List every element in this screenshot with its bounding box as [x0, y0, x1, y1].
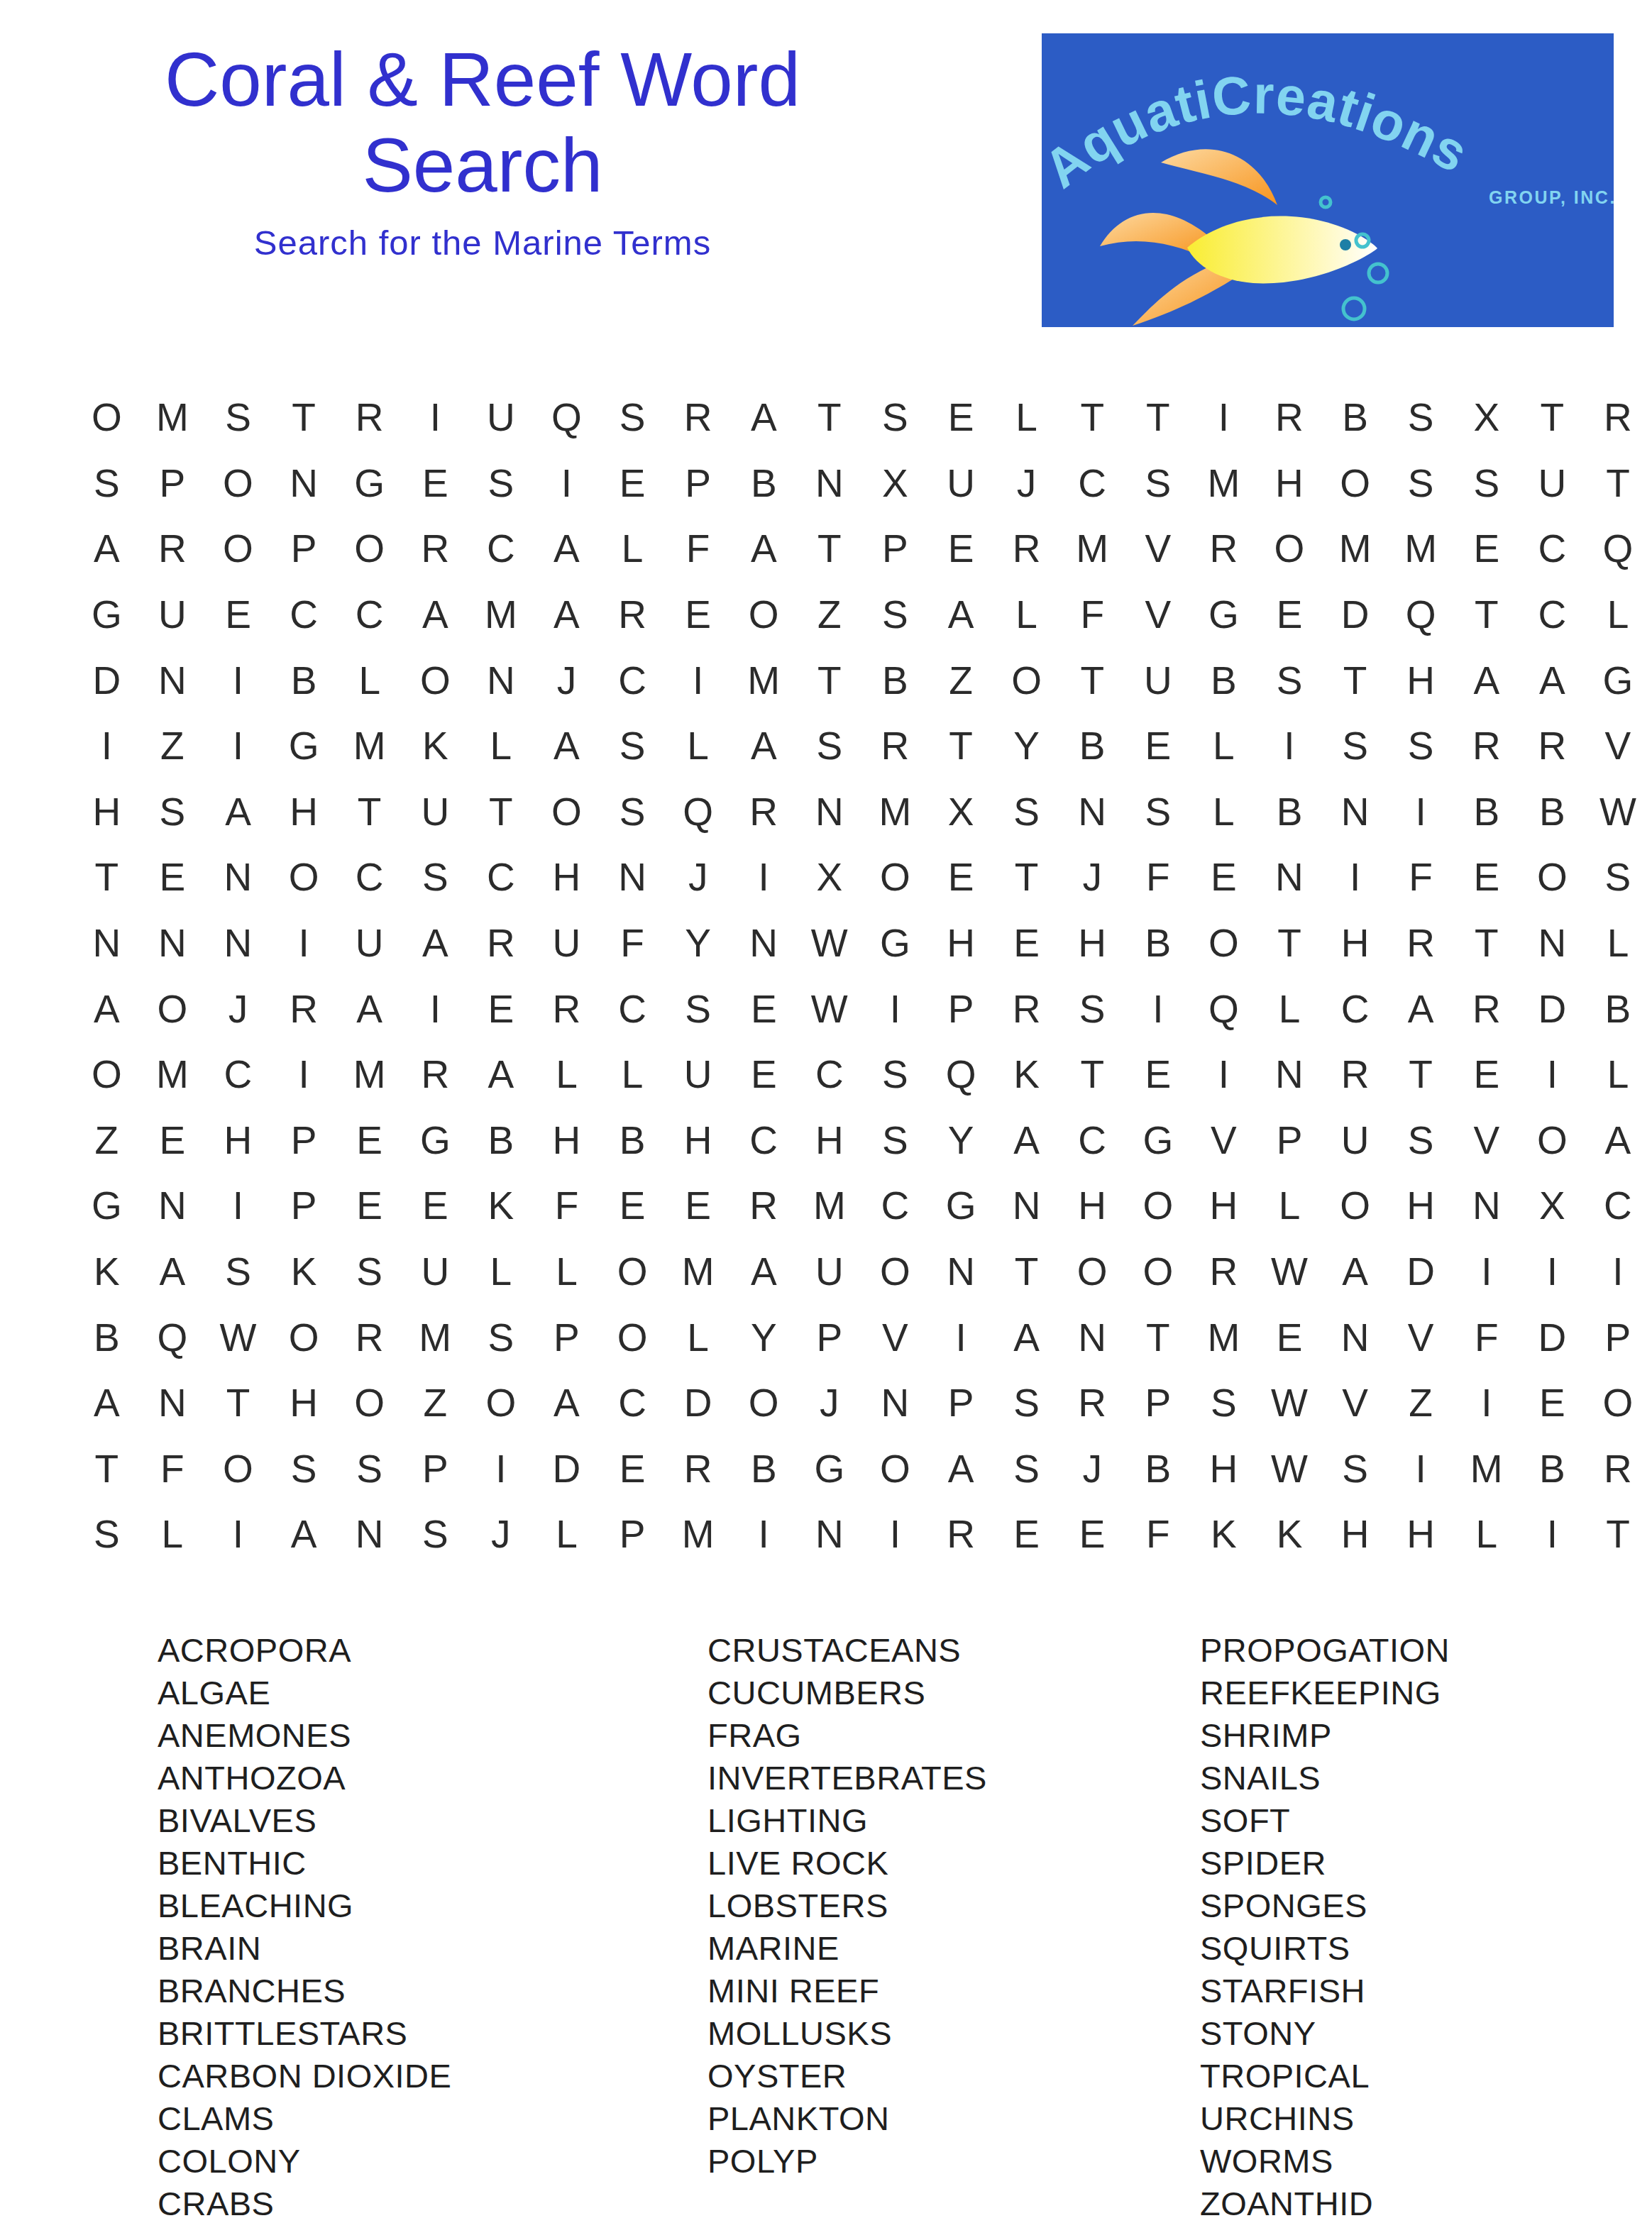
grid-cell[interactable]: S [402, 1501, 468, 1567]
grid-cell[interactable]: S [1585, 844, 1651, 910]
grid-cell[interactable]: L [665, 1304, 731, 1370]
grid-cell[interactable]: M [1453, 1436, 1519, 1502]
grid-cell[interactable]: P [928, 1370, 994, 1436]
grid-cell[interactable]: Z [402, 1370, 468, 1436]
grid-cell[interactable]: R [468, 910, 534, 976]
grid-cell[interactable]: I [1191, 385, 1257, 451]
grid-cell[interactable]: A [74, 516, 140, 582]
grid-cell[interactable]: E [336, 1173, 402, 1239]
grid-cell[interactable]: A [1453, 647, 1519, 713]
grid-cell[interactable]: O [862, 1436, 928, 1502]
grid-cell[interactable]: L [600, 1042, 666, 1108]
grid-cell[interactable]: E [600, 1436, 666, 1502]
grid-cell[interactable]: E [600, 1173, 666, 1239]
grid-cell[interactable]: N [1322, 1304, 1388, 1370]
grid-cell[interactable]: O [271, 1304, 337, 1370]
grid-cell[interactable]: G [928, 1173, 994, 1239]
grid-cell[interactable]: N [468, 647, 534, 713]
grid-cell[interactable]: T [74, 1436, 140, 1502]
grid-cell[interactable]: G [336, 451, 402, 517]
grid-cell[interactable]: I [1388, 779, 1454, 845]
grid-cell[interactable]: U [665, 1042, 731, 1108]
grid-cell[interactable]: A [336, 976, 402, 1042]
grid-cell[interactable]: J [1059, 1436, 1125, 1502]
grid-cell[interactable]: X [862, 451, 928, 517]
grid-cell[interactable]: C [205, 1042, 271, 1108]
grid-cell[interactable]: M [665, 1239, 731, 1305]
grid-cell[interactable]: E [402, 451, 468, 517]
grid-cell[interactable]: R [993, 516, 1059, 582]
grid-cell[interactable]: C [1059, 451, 1125, 517]
grid-cell[interactable]: S [74, 451, 140, 517]
grid-cell[interactable]: R [731, 1173, 797, 1239]
grid-cell[interactable]: L [1191, 779, 1257, 845]
grid-cell[interactable]: O [862, 1239, 928, 1305]
grid-cell[interactable]: F [1453, 1304, 1519, 1370]
grid-cell[interactable]: I [402, 976, 468, 1042]
grid-cell[interactable]: O [205, 516, 271, 582]
grid-cell[interactable]: A [534, 516, 600, 582]
grid-cell[interactable]: G [797, 1436, 863, 1502]
grid-cell[interactable]: H [1191, 1173, 1257, 1239]
grid-cell[interactable]: O [1585, 1370, 1651, 1436]
grid-cell[interactable]: H [205, 1108, 271, 1174]
grid-cell[interactable]: M [1059, 516, 1125, 582]
grid-cell[interactable]: O [731, 1370, 797, 1436]
grid-cell[interactable]: S [336, 1436, 402, 1502]
grid-cell[interactable]: O [534, 779, 600, 845]
grid-cell[interactable]: S [665, 976, 731, 1042]
grid-cell[interactable]: I [205, 647, 271, 713]
grid-cell[interactable]: K [402, 713, 468, 779]
grid-cell[interactable]: U [797, 1239, 863, 1305]
grid-cell[interactable]: O [731, 582, 797, 648]
grid-cell[interactable]: A [993, 1108, 1059, 1174]
grid-cell[interactable]: O [1519, 844, 1585, 910]
grid-cell[interactable]: S [1388, 1108, 1454, 1174]
grid-cell[interactable]: E [993, 1501, 1059, 1567]
grid-cell[interactable]: B [731, 451, 797, 517]
grid-cell[interactable]: E [1453, 844, 1519, 910]
grid-cell[interactable]: L [1453, 1501, 1519, 1567]
grid-cell[interactable]: E [1453, 1042, 1519, 1108]
grid-cell[interactable]: N [731, 910, 797, 976]
grid-cell[interactable]: J [665, 844, 731, 910]
grid-cell[interactable]: C [1322, 976, 1388, 1042]
grid-cell[interactable]: S [1191, 1370, 1257, 1436]
grid-cell[interactable]: R [1191, 1239, 1257, 1305]
grid-cell[interactable]: A [205, 779, 271, 845]
grid-cell[interactable]: P [534, 1304, 600, 1370]
grid-cell[interactable]: W [797, 976, 863, 1042]
grid-cell[interactable]: B [468, 1108, 534, 1174]
grid-cell[interactable]: A [534, 582, 600, 648]
grid-cell[interactable]: C [600, 1370, 666, 1436]
grid-cell[interactable]: M [665, 1501, 731, 1567]
grid-cell[interactable]: O [1191, 910, 1257, 976]
grid-cell[interactable]: H [271, 1370, 337, 1436]
grid-cell[interactable]: D [1388, 1239, 1454, 1305]
grid-cell[interactable]: T [1125, 1304, 1191, 1370]
grid-cell[interactable]: O [336, 516, 402, 582]
grid-cell[interactable]: A [534, 1370, 600, 1436]
grid-cell[interactable]: T [993, 844, 1059, 910]
grid-cell[interactable]: N [1519, 910, 1585, 976]
grid-cell[interactable]: S [862, 582, 928, 648]
grid-cell[interactable]: O [600, 1304, 666, 1370]
grid-cell[interactable]: R [1191, 516, 1257, 582]
grid-cell[interactable]: B [1059, 713, 1125, 779]
grid-cell[interactable]: G [74, 1173, 140, 1239]
grid-cell[interactable]: S [468, 451, 534, 517]
grid-cell[interactable]: Q [534, 385, 600, 451]
grid-cell[interactable]: N [928, 1239, 994, 1305]
grid-cell[interactable]: T [336, 779, 402, 845]
grid-cell[interactable]: N [1453, 1173, 1519, 1239]
grid-cell[interactable]: J [534, 647, 600, 713]
grid-cell[interactable]: E [402, 1173, 468, 1239]
grid-cell[interactable]: O [468, 1370, 534, 1436]
grid-cell[interactable]: H [1388, 1501, 1454, 1567]
grid-cell[interactable]: F [665, 516, 731, 582]
grid-cell[interactable]: I [1519, 1501, 1585, 1567]
grid-cell[interactable]: R [600, 582, 666, 648]
grid-cell[interactable]: L [534, 1501, 600, 1567]
grid-cell[interactable]: L [468, 713, 534, 779]
grid-cell[interactable]: Z [74, 1108, 140, 1174]
grid-cell[interactable]: A [1519, 647, 1585, 713]
grid-cell[interactable]: L [600, 516, 666, 582]
grid-cell[interactable]: R [1519, 713, 1585, 779]
grid-cell[interactable]: T [1059, 1042, 1125, 1108]
grid-cell[interactable]: A [1388, 976, 1454, 1042]
grid-cell[interactable]: T [797, 516, 863, 582]
grid-cell[interactable]: I [1191, 1042, 1257, 1108]
grid-cell[interactable]: W [1257, 1239, 1323, 1305]
grid-cell[interactable]: N [1059, 1304, 1125, 1370]
grid-cell[interactable]: S [140, 779, 206, 845]
grid-cell[interactable]: T [1059, 647, 1125, 713]
grid-cell[interactable]: U [336, 910, 402, 976]
grid-cell[interactable]: N [797, 779, 863, 845]
grid-cell[interactable]: E [928, 385, 994, 451]
grid-cell[interactable]: R [993, 976, 1059, 1042]
grid-cell[interactable]: I [928, 1304, 994, 1370]
grid-cell[interactable]: T [1585, 451, 1651, 517]
grid-cell[interactable]: R [1585, 385, 1651, 451]
grid-cell[interactable]: T [1125, 385, 1191, 451]
grid-cell[interactable]: D [1322, 582, 1388, 648]
grid-cell[interactable]: A [928, 1436, 994, 1502]
grid-cell[interactable]: S [1125, 779, 1191, 845]
grid-cell[interactable]: G [1125, 1108, 1191, 1174]
grid-cell[interactable]: M [862, 779, 928, 845]
grid-cell[interactable]: H [1388, 1173, 1454, 1239]
grid-cell[interactable]: C [797, 1042, 863, 1108]
grid-cell[interactable]: M [797, 1173, 863, 1239]
grid-cell[interactable]: O [1322, 451, 1388, 517]
grid-cell[interactable]: T [1453, 910, 1519, 976]
grid-cell[interactable]: H [1322, 1501, 1388, 1567]
grid-cell[interactable]: M [336, 713, 402, 779]
grid-cell[interactable]: N [271, 451, 337, 517]
grid-cell[interactable]: S [468, 1304, 534, 1370]
grid-cell[interactable]: S [1059, 976, 1125, 1042]
grid-cell[interactable]: W [1257, 1436, 1323, 1502]
grid-cell[interactable]: M [140, 1042, 206, 1108]
grid-cell[interactable]: S [862, 1108, 928, 1174]
grid-cell[interactable]: S [205, 1239, 271, 1305]
grid-cell[interactable]: I [665, 647, 731, 713]
grid-cell[interactable]: O [205, 451, 271, 517]
grid-cell[interactable]: G [1191, 582, 1257, 648]
grid-cell[interactable]: E [140, 1108, 206, 1174]
grid-cell[interactable]: Q [665, 779, 731, 845]
grid-cell[interactable]: I [731, 1501, 797, 1567]
grid-cell[interactable]: X [797, 844, 863, 910]
grid-cell[interactable]: R [1257, 385, 1323, 451]
grid-cell[interactable]: V [1388, 1304, 1454, 1370]
grid-cell[interactable]: Q [140, 1304, 206, 1370]
grid-cell[interactable]: E [336, 1108, 402, 1174]
grid-cell[interactable]: C [1519, 582, 1585, 648]
grid-cell[interactable]: X [928, 779, 994, 845]
grid-cell[interactable]: L [534, 1239, 600, 1305]
grid-cell[interactable]: E [1059, 1501, 1125, 1567]
grid-cell[interactable]: N [336, 1501, 402, 1567]
grid-cell[interactable]: B [1322, 385, 1388, 451]
grid-cell[interactable]: N [205, 844, 271, 910]
grid-cell[interactable]: H [665, 1108, 731, 1174]
grid-cell[interactable]: V [1453, 1108, 1519, 1174]
grid-cell[interactable]: C [600, 976, 666, 1042]
grid-cell[interactable]: T [928, 713, 994, 779]
grid-cell[interactable]: E [1453, 516, 1519, 582]
grid-cell[interactable]: A [731, 516, 797, 582]
grid-cell[interactable]: R [1585, 1436, 1651, 1502]
grid-cell[interactable]: J [468, 1501, 534, 1567]
grid-cell[interactable]: E [600, 451, 666, 517]
grid-cell[interactable]: I [1585, 1239, 1651, 1305]
grid-cell[interactable]: K [74, 1239, 140, 1305]
grid-cell[interactable]: T [1519, 385, 1585, 451]
grid-cell[interactable]: S [1388, 451, 1454, 517]
grid-cell[interactable]: P [1257, 1108, 1323, 1174]
grid-cell[interactable]: E [140, 844, 206, 910]
grid-cell[interactable]: S [1388, 385, 1454, 451]
grid-cell[interactable]: I [1453, 1370, 1519, 1436]
grid-cell[interactable]: N [1322, 779, 1388, 845]
grid-cell[interactable]: H [1257, 451, 1323, 517]
grid-cell[interactable]: T [1585, 1501, 1651, 1567]
grid-cell[interactable]: C [336, 582, 402, 648]
grid-cell[interactable]: H [534, 1108, 600, 1174]
grid-cell[interactable]: S [600, 713, 666, 779]
grid-cell[interactable]: L [140, 1501, 206, 1567]
grid-cell[interactable]: I [1322, 844, 1388, 910]
grid-cell[interactable]: H [928, 910, 994, 976]
grid-cell[interactable]: N [993, 1173, 1059, 1239]
grid-cell[interactable]: N [74, 910, 140, 976]
grid-cell[interactable]: R [1322, 1042, 1388, 1108]
grid-cell[interactable]: T [1257, 910, 1323, 976]
grid-cell[interactable]: G [1585, 647, 1651, 713]
grid-cell[interactable]: B [1125, 910, 1191, 976]
grid-cell[interactable]: A [74, 1370, 140, 1436]
grid-cell[interactable]: S [205, 385, 271, 451]
grid-cell[interactable]: O [74, 1042, 140, 1108]
grid-cell[interactable]: M [468, 582, 534, 648]
grid-cell[interactable]: E [665, 582, 731, 648]
grid-cell[interactable]: F [1125, 844, 1191, 910]
grid-cell[interactable]: I [862, 1501, 928, 1567]
grid-cell[interactable]: S [862, 1042, 928, 1108]
grid-cell[interactable]: B [1519, 779, 1585, 845]
grid-cell[interactable]: C [468, 844, 534, 910]
grid-cell[interactable]: A [928, 582, 994, 648]
grid-cell[interactable]: L [1257, 1173, 1323, 1239]
grid-cell[interactable]: Y [993, 713, 1059, 779]
grid-cell[interactable]: N [797, 1501, 863, 1567]
grid-cell[interactable]: N [1257, 844, 1323, 910]
grid-cell[interactable]: T [1453, 582, 1519, 648]
grid-cell[interactable]: T [205, 1370, 271, 1436]
grid-cell[interactable]: E [731, 1042, 797, 1108]
grid-cell[interactable]: N [140, 1370, 206, 1436]
grid-cell[interactable]: R [928, 1501, 994, 1567]
grid-cell[interactable]: C [862, 1173, 928, 1239]
grid-cell[interactable]: B [271, 647, 337, 713]
grid-cell[interactable]: T [74, 844, 140, 910]
grid-cell[interactable]: F [1125, 1501, 1191, 1567]
grid-cell[interactable]: P [1125, 1370, 1191, 1436]
grid-cell[interactable]: X [1519, 1173, 1585, 1239]
grid-cell[interactable]: I [74, 713, 140, 779]
grid-cell[interactable]: L [665, 713, 731, 779]
grid-cell[interactable]: F [534, 1173, 600, 1239]
grid-cell[interactable]: I [731, 844, 797, 910]
grid-cell[interactable]: E [1257, 582, 1323, 648]
grid-cell[interactable]: P [665, 451, 731, 517]
grid-cell[interactable]: O [336, 1370, 402, 1436]
grid-cell[interactable]: L [1257, 976, 1323, 1042]
grid-cell[interactable]: Q [1191, 976, 1257, 1042]
grid-cell[interactable]: M [402, 1304, 468, 1370]
grid-cell[interactable]: R [534, 976, 600, 1042]
grid-cell[interactable]: Z [1388, 1370, 1454, 1436]
grid-cell[interactable]: O [1257, 516, 1323, 582]
grid-cell[interactable]: S [1125, 451, 1191, 517]
grid-cell[interactable]: I [1519, 1239, 1585, 1305]
grid-cell[interactable]: Q [1388, 582, 1454, 648]
grid-cell[interactable]: D [665, 1370, 731, 1436]
grid-cell[interactable]: I [1519, 1042, 1585, 1108]
grid-cell[interactable]: T [271, 385, 337, 451]
grid-cell[interactable]: R [731, 779, 797, 845]
grid-cell[interactable]: B [600, 1108, 666, 1174]
grid-cell[interactable]: J [993, 451, 1059, 517]
grid-cell[interactable]: Y [731, 1304, 797, 1370]
grid-cell[interactable]: I [205, 713, 271, 779]
grid-cell[interactable]: R [336, 1304, 402, 1370]
grid-cell[interactable]: E [928, 516, 994, 582]
grid-cell[interactable]: Y [928, 1108, 994, 1174]
grid-cell[interactable]: O [862, 844, 928, 910]
grid-cell[interactable]: S [402, 844, 468, 910]
grid-cell[interactable]: I [205, 1501, 271, 1567]
grid-cell[interactable]: H [271, 779, 337, 845]
grid-cell[interactable]: T [1322, 647, 1388, 713]
grid-cell[interactable]: S [271, 1436, 337, 1502]
grid-cell[interactable]: L [336, 647, 402, 713]
grid-cell[interactable]: H [797, 1108, 863, 1174]
grid-cell[interactable]: U [402, 1239, 468, 1305]
grid-cell[interactable]: A [140, 1239, 206, 1305]
grid-cell[interactable]: R [1388, 910, 1454, 976]
grid-cell[interactable]: W [1257, 1370, 1323, 1436]
grid-cell[interactable]: E [1125, 1042, 1191, 1108]
grid-cell[interactable]: J [1059, 844, 1125, 910]
grid-cell[interactable]: O [140, 976, 206, 1042]
grid-cell[interactable]: N [600, 844, 666, 910]
grid-cell[interactable]: D [1519, 976, 1585, 1042]
grid-cell[interactable]: I [862, 976, 928, 1042]
grid-cell[interactable]: T [1059, 385, 1125, 451]
grid-cell[interactable]: N [140, 647, 206, 713]
grid-cell[interactable]: V [862, 1304, 928, 1370]
grid-cell[interactable]: O [1519, 1108, 1585, 1174]
grid-cell[interactable]: B [1257, 779, 1323, 845]
grid-cell[interactable]: P [797, 1304, 863, 1370]
grid-cell[interactable]: L [534, 1042, 600, 1108]
grid-cell[interactable]: R [402, 1042, 468, 1108]
grid-cell[interactable]: M [1388, 516, 1454, 582]
grid-cell[interactable]: S [993, 1370, 1059, 1436]
grid-cell[interactable]: P [271, 1173, 337, 1239]
grid-cell[interactable]: J [205, 976, 271, 1042]
grid-cell[interactable]: Z [797, 582, 863, 648]
grid-cell[interactable]: H [74, 779, 140, 845]
grid-cell[interactable]: P [402, 1436, 468, 1502]
grid-cell[interactable]: I [1388, 1436, 1454, 1502]
grid-cell[interactable]: S [862, 385, 928, 451]
grid-cell[interactable]: I [205, 1173, 271, 1239]
grid-cell[interactable]: O [271, 844, 337, 910]
grid-cell[interactable]: U [468, 385, 534, 451]
grid-cell[interactable]: H [1322, 910, 1388, 976]
grid-cell[interactable]: O [1125, 1239, 1191, 1305]
grid-cell[interactable]: U [1519, 451, 1585, 517]
grid-cell[interactable]: L [1585, 582, 1651, 648]
grid-cell[interactable]: D [534, 1436, 600, 1502]
grid-cell[interactable]: A [1585, 1108, 1651, 1174]
grid-cell[interactable]: O [74, 385, 140, 451]
grid-cell[interactable]: H [1059, 1173, 1125, 1239]
grid-cell[interactable]: V [1125, 516, 1191, 582]
grid-cell[interactable]: A [1322, 1239, 1388, 1305]
grid-cell[interactable]: I [402, 385, 468, 451]
grid-cell[interactable]: O [600, 1239, 666, 1305]
grid-cell[interactable]: W [1585, 779, 1651, 845]
grid-cell[interactable]: R [665, 385, 731, 451]
grid-cell[interactable]: W [797, 910, 863, 976]
grid-cell[interactable]: N [140, 910, 206, 976]
grid-cell[interactable]: L [1585, 1042, 1651, 1108]
grid-cell[interactable]: P [928, 976, 994, 1042]
grid-cell[interactable]: C [600, 647, 666, 713]
grid-cell[interactable]: O [205, 1436, 271, 1502]
grid-cell[interactable]: R [271, 976, 337, 1042]
